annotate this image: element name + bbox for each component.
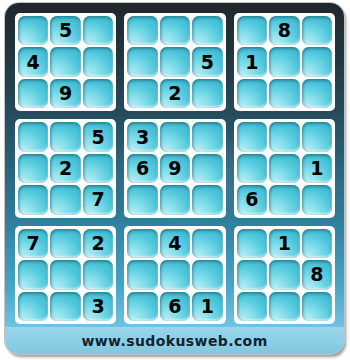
- cell-r3c5[interactable]: 2: [160, 79, 190, 108]
- cell-r7c9[interactable]: [302, 229, 332, 258]
- cell-r2c2[interactable]: [50, 47, 80, 76]
- cell-r6c1[interactable]: [18, 185, 48, 214]
- cell-r6c2[interactable]: [50, 185, 80, 214]
- cell-r4c8[interactable]: [269, 122, 299, 151]
- box-r2c3: 16: [234, 119, 335, 217]
- cell-r8c2[interactable]: [50, 260, 80, 289]
- box-r2c2: 369: [124, 119, 225, 217]
- site-link[interactable]: www.sudokusweb.com: [81, 333, 267, 349]
- cell-r8c6[interactable]: [192, 260, 222, 289]
- sudoku-board: 54952815273691672346118 www.sudokusweb.c…: [5, 3, 344, 354]
- cell-r7c1[interactable]: 7: [18, 229, 48, 258]
- cell-r3c4[interactable]: [127, 79, 157, 108]
- cell-r1c5[interactable]: [160, 16, 190, 45]
- cell-r3c1[interactable]: [18, 79, 48, 108]
- cell-r7c3[interactable]: 2: [83, 229, 113, 258]
- cell-r6c7[interactable]: 6: [237, 185, 267, 214]
- box-r1c2: 52: [124, 13, 225, 111]
- cell-r5c5[interactable]: 9: [160, 154, 190, 183]
- cell-r8c5[interactable]: [160, 260, 190, 289]
- cell-r5c3[interactable]: [83, 154, 113, 183]
- cell-r3c3[interactable]: [83, 79, 113, 108]
- cell-r5c9[interactable]: 1: [302, 154, 332, 183]
- cell-r5c8[interactable]: [269, 154, 299, 183]
- cell-r2c4[interactable]: [127, 47, 157, 76]
- cell-r3c2[interactable]: 9: [50, 79, 80, 108]
- box-r1c3: 81: [234, 13, 335, 111]
- cell-r1c8[interactable]: 8: [269, 16, 299, 45]
- cell-r5c6[interactable]: [192, 154, 222, 183]
- cell-r9c6[interactable]: 1: [192, 292, 222, 321]
- cell-r8c8[interactable]: [269, 260, 299, 289]
- cell-r4c1[interactable]: [18, 122, 48, 151]
- cell-r9c5[interactable]: 6: [160, 292, 190, 321]
- cell-r1c7[interactable]: [237, 16, 267, 45]
- cell-r8c1[interactable]: [18, 260, 48, 289]
- cell-r4c7[interactable]: [237, 122, 267, 151]
- cell-r7c8[interactable]: 1: [269, 229, 299, 258]
- cell-r9c1[interactable]: [18, 292, 48, 321]
- cell-r1c3[interactable]: [83, 16, 113, 45]
- cell-r3c6[interactable]: [192, 79, 222, 108]
- cell-r6c5[interactable]: [160, 185, 190, 214]
- cell-r7c4[interactable]: [127, 229, 157, 258]
- cell-r4c4[interactable]: 3: [127, 122, 157, 151]
- cell-r4c6[interactable]: [192, 122, 222, 151]
- cell-r3c8[interactable]: [269, 79, 299, 108]
- cell-r4c3[interactable]: 5: [83, 122, 113, 151]
- cell-r6c6[interactable]: [192, 185, 222, 214]
- cell-r5c7[interactable]: [237, 154, 267, 183]
- cell-r9c4[interactable]: [127, 292, 157, 321]
- cell-r3c7[interactable]: [237, 79, 267, 108]
- cell-r9c9[interactable]: [302, 292, 332, 321]
- cell-r7c5[interactable]: 4: [160, 229, 190, 258]
- page: 54952815273691672346118 www.sudokusweb.c…: [0, 0, 350, 360]
- footer-bar: www.sudokusweb.com: [5, 327, 344, 354]
- cell-r8c9[interactable]: 8: [302, 260, 332, 289]
- cell-r2c1[interactable]: 4: [18, 47, 48, 76]
- cell-r4c2[interactable]: [50, 122, 80, 151]
- cell-r7c7[interactable]: [237, 229, 267, 258]
- box-r3c2: 461: [124, 226, 225, 324]
- cell-r2c6[interactable]: 5: [192, 47, 222, 76]
- cell-r5c4[interactable]: 6: [127, 154, 157, 183]
- cell-r6c4[interactable]: [127, 185, 157, 214]
- cell-r9c3[interactable]: 3: [83, 292, 113, 321]
- cell-r1c2[interactable]: 5: [50, 16, 80, 45]
- cell-r1c9[interactable]: [302, 16, 332, 45]
- cell-r6c3[interactable]: 7: [83, 185, 113, 214]
- cell-r9c8[interactable]: [269, 292, 299, 321]
- cell-r8c3[interactable]: [83, 260, 113, 289]
- cell-r7c6[interactable]: [192, 229, 222, 258]
- cell-r9c7[interactable]: [237, 292, 267, 321]
- cell-r7c2[interactable]: [50, 229, 80, 258]
- box-r1c1: 549: [15, 13, 116, 111]
- cell-r2c5[interactable]: [160, 47, 190, 76]
- cell-r8c7[interactable]: [237, 260, 267, 289]
- cell-r1c6[interactable]: [192, 16, 222, 45]
- cell-r9c2[interactable]: [50, 292, 80, 321]
- cell-r2c3[interactable]: [83, 47, 113, 76]
- cell-r1c4[interactable]: [127, 16, 157, 45]
- cell-r4c9[interactable]: [302, 122, 332, 151]
- cell-r2c9[interactable]: [302, 47, 332, 76]
- cell-r5c2[interactable]: 2: [50, 154, 80, 183]
- cell-r3c9[interactable]: [302, 79, 332, 108]
- cell-r6c9[interactable]: [302, 185, 332, 214]
- box-r3c3: 18: [234, 226, 335, 324]
- cell-r4c5[interactable]: [160, 122, 190, 151]
- sudoku-grid: 54952815273691672346118: [15, 13, 335, 324]
- cell-r6c8[interactable]: [269, 185, 299, 214]
- cell-r2c8[interactable]: [269, 47, 299, 76]
- cell-r1c1[interactable]: [18, 16, 48, 45]
- box-r2c1: 527: [15, 119, 116, 217]
- cell-r5c1[interactable]: [18, 154, 48, 183]
- cell-r8c4[interactable]: [127, 260, 157, 289]
- box-r3c1: 723: [15, 226, 116, 324]
- cell-r2c7[interactable]: 1: [237, 47, 267, 76]
